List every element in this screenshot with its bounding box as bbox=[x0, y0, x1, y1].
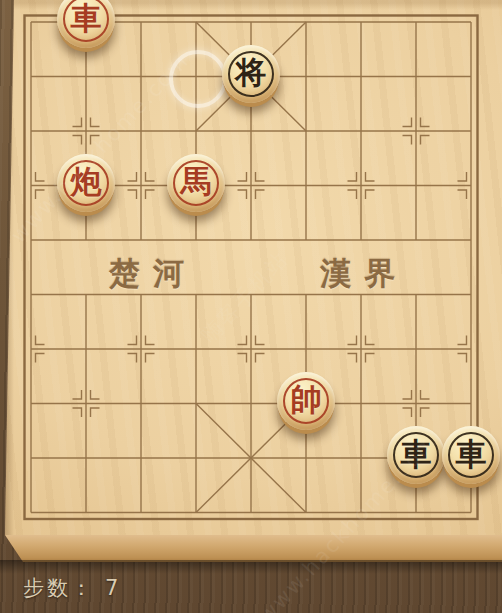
river-label-left: 楚河 bbox=[109, 253, 197, 295]
step-count-value: 7 bbox=[105, 576, 118, 600]
board-drop-shadow bbox=[0, 560, 502, 574]
move-highlight-ring bbox=[169, 50, 227, 108]
piece-red-馬[interactable]: 馬 bbox=[167, 154, 225, 212]
piece-glyph: 車 bbox=[71, 3, 102, 34]
piece-red-帥[interactable]: 帥 bbox=[277, 372, 335, 430]
step-count-label: 步数 bbox=[23, 574, 71, 602]
piece-glyph: 炮 bbox=[71, 166, 102, 197]
piece-glyph: 帥 bbox=[291, 384, 322, 415]
step-count-separator: ： bbox=[71, 574, 95, 602]
piece-glyph: 将 bbox=[236, 57, 267, 88]
piece-black-将[interactable]: 将 bbox=[222, 45, 280, 103]
piece-glyph: 馬 bbox=[181, 166, 212, 197]
xiangqi-game-screen: 楚河 漢界 車将炮馬帥車車 www.hackhome.com嗨客手机站www.h… bbox=[0, 0, 502, 613]
piece-glyph: 車 bbox=[456, 439, 487, 470]
piece-glyph: 車 bbox=[401, 439, 432, 470]
river-label-right: 漢界 bbox=[320, 253, 408, 295]
piece-black-車[interactable]: 車 bbox=[442, 426, 500, 484]
board-bevel-edge bbox=[0, 535, 502, 562]
status-bar: 步数：7 bbox=[23, 573, 118, 603]
piece-red-炮[interactable]: 炮 bbox=[57, 154, 115, 212]
piece-black-車[interactable]: 車 bbox=[387, 426, 445, 484]
